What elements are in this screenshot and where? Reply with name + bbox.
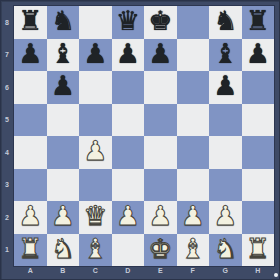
square-d3[interactable] — [112, 169, 145, 202]
white-queen-c2[interactable]: ♛ — [83, 201, 107, 232]
rank-label-1: 1 — [0, 234, 14, 267]
black-rook-h8[interactable]: ♜ — [246, 6, 270, 37]
square-e6[interactable] — [144, 71, 177, 104]
square-e3[interactable] — [144, 169, 177, 202]
rank-label-4: 4 — [0, 136, 14, 169]
black-queen-d8[interactable]: ♛ — [116, 6, 140, 37]
square-g1[interactable]: ♞ — [209, 234, 242, 267]
rank-label-5: 5 — [0, 104, 14, 137]
square-c2[interactable]: ♛ — [79, 201, 112, 234]
file-label-e: E — [144, 265, 177, 278]
square-f2[interactable]: ♟ — [177, 201, 210, 234]
white-bishop-f1[interactable]: ♝ — [181, 234, 205, 265]
rank-label-3: 3 — [0, 169, 14, 202]
square-h2[interactable] — [242, 201, 275, 234]
file-label-c: C — [79, 265, 112, 278]
white-rook-a1[interactable]: ♜ — [18, 234, 42, 265]
square-g2[interactable]: ♟ — [209, 201, 242, 234]
white-pawn-a2[interactable]: ♟ — [18, 201, 42, 232]
square-f3[interactable] — [177, 169, 210, 202]
square-b2[interactable]: ♟ — [47, 201, 80, 234]
square-c4[interactable]: ♟ — [79, 136, 112, 169]
square-b7[interactable]: ♝ — [47, 39, 80, 72]
square-b3[interactable] — [47, 169, 80, 202]
square-f5[interactable] — [177, 104, 210, 137]
square-g7[interactable]: ♝ — [209, 39, 242, 72]
square-b5[interactable] — [47, 104, 80, 137]
square-h3[interactable] — [242, 169, 275, 202]
square-h4[interactable] — [242, 136, 275, 169]
white-bishop-c1[interactable]: ♝ — [83, 234, 107, 265]
square-a6[interactable] — [14, 71, 47, 104]
square-h6[interactable] — [242, 71, 275, 104]
square-e7[interactable]: ♟ — [144, 39, 177, 72]
black-bishop-b7[interactable]: ♝ — [51, 39, 75, 70]
square-g3[interactable] — [209, 169, 242, 202]
square-f8[interactable] — [177, 6, 210, 39]
black-pawn-g6[interactable]: ♟ — [213, 71, 237, 102]
square-g4[interactable] — [209, 136, 242, 169]
square-b6[interactable]: ♟ — [47, 71, 80, 104]
chess-board: ♜♞♛♚♞♜♟♝♟♟♟♝♟♟♟♟♟♟♛♟♟♟♟♜♞♝♚♝♞♜ — [14, 6, 274, 266]
black-pawn-b6[interactable]: ♟ — [51, 71, 75, 102]
square-h5[interactable] — [242, 104, 275, 137]
square-a8[interactable]: ♜ — [14, 6, 47, 39]
square-c5[interactable] — [79, 104, 112, 137]
white-pawn-e2[interactable]: ♟ — [148, 201, 172, 232]
square-c1[interactable]: ♝ — [79, 234, 112, 267]
file-label-g: G — [209, 265, 242, 278]
square-c6[interactable] — [79, 71, 112, 104]
white-king-e1[interactable]: ♚ — [148, 234, 172, 265]
black-pawn-c7[interactable]: ♟ — [83, 39, 107, 70]
file-label-h: H — [242, 265, 275, 278]
square-d2[interactable]: ♟ — [112, 201, 145, 234]
square-f1[interactable]: ♝ — [177, 234, 210, 267]
square-d6[interactable] — [112, 71, 145, 104]
file-label-a: A — [14, 265, 47, 278]
rank-label-6: 6 — [0, 71, 14, 104]
black-pawn-e7[interactable]: ♟ — [148, 39, 172, 70]
white-pawn-f2[interactable]: ♟ — [181, 201, 205, 232]
square-h7[interactable]: ♟ — [242, 39, 275, 72]
square-h1[interactable]: ♜ — [242, 234, 275, 267]
square-f6[interactable] — [177, 71, 210, 104]
square-g5[interactable] — [209, 104, 242, 137]
white-pawn-d2[interactable]: ♟ — [116, 201, 140, 232]
square-d4[interactable] — [112, 136, 145, 169]
white-knight-g1[interactable]: ♞ — [213, 234, 237, 265]
square-e2[interactable]: ♟ — [144, 201, 177, 234]
square-a7[interactable]: ♟ — [14, 39, 47, 72]
black-rook-a8[interactable]: ♜ — [18, 6, 42, 37]
white-rook-h1[interactable]: ♜ — [246, 234, 270, 265]
black-pawn-d7[interactable]: ♟ — [116, 39, 140, 70]
square-f7[interactable] — [177, 39, 210, 72]
square-c7[interactable]: ♟ — [79, 39, 112, 72]
square-a5[interactable] — [14, 104, 47, 137]
square-g8[interactable]: ♞ — [209, 6, 242, 39]
square-c3[interactable] — [79, 169, 112, 202]
white-pawn-g2[interactable]: ♟ — [213, 201, 237, 232]
square-b4[interactable] — [47, 136, 80, 169]
square-a3[interactable] — [14, 169, 47, 202]
black-king-e8[interactable]: ♚ — [148, 6, 172, 37]
rank-label-7: 7 — [0, 39, 14, 72]
square-h8[interactable]: ♜ — [242, 6, 275, 39]
square-e1[interactable]: ♚ — [144, 234, 177, 267]
square-d1[interactable] — [112, 234, 145, 267]
square-e5[interactable] — [144, 104, 177, 137]
white-pawn-c4[interactable]: ♟ — [83, 136, 107, 167]
square-e4[interactable] — [144, 136, 177, 169]
white-knight-b1[interactable]: ♞ — [51, 234, 75, 265]
black-knight-g8[interactable]: ♞ — [213, 6, 237, 37]
rank-label-2: 2 — [0, 201, 14, 234]
square-d5[interactable] — [112, 104, 145, 137]
square-a1[interactable]: ♜ — [14, 234, 47, 267]
square-a4[interactable] — [14, 136, 47, 169]
square-d8[interactable]: ♛ — [112, 6, 145, 39]
file-label-f: F — [177, 265, 210, 278]
file-labels: ABCDEFGH — [14, 265, 274, 278]
black-pawn-a7[interactable]: ♟ — [18, 39, 42, 70]
square-c8[interactable] — [79, 6, 112, 39]
square-a2[interactable]: ♟ — [14, 201, 47, 234]
file-label-d: D — [112, 265, 145, 278]
black-pawn-h7[interactable]: ♟ — [246, 39, 270, 70]
square-b8[interactable]: ♞ — [47, 6, 80, 39]
rank-label-8: 8 — [0, 6, 14, 39]
rank-labels: 87654321 — [0, 6, 14, 266]
square-f4[interactable] — [177, 136, 210, 169]
chess-board-frame: 87654321 ♜♞♛♚♞♜♟♝♟♟♟♝♟♟♟♟♟♟♛♟♟♟♟♜♞♝♚♝♞♜ … — [0, 0, 280, 280]
white-pawn-b2[interactable]: ♟ — [51, 201, 75, 232]
black-bishop-g7[interactable]: ♝ — [213, 39, 237, 70]
black-knight-b8[interactable]: ♞ — [51, 6, 75, 37]
square-d7[interactable]: ♟ — [112, 39, 145, 72]
corner-dot — [274, 273, 278, 277]
file-label-b: B — [47, 265, 80, 278]
square-g6[interactable]: ♟ — [209, 71, 242, 104]
square-e8[interactable]: ♚ — [144, 6, 177, 39]
square-b1[interactable]: ♞ — [47, 234, 80, 267]
